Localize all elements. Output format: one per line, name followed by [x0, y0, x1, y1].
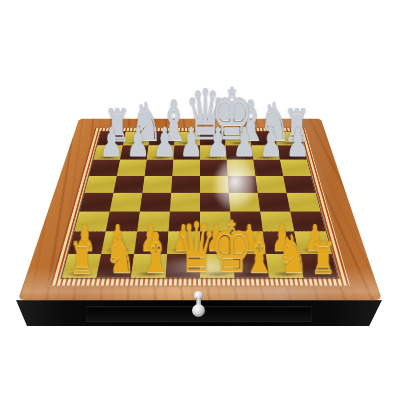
piece-gold-white-rook: ♜ [62, 240, 96, 277]
square-b1: ♞ [96, 254, 134, 278]
piece-gold-white-knight: ♞ [97, 232, 131, 277]
board-perspective: ♜♞♝♛♚♝♞♜♟♟♟♟♟♟♟♟♟♟♟♟♟♟♟♟♜♞♝♛♚♝♞♜ [0, 0, 400, 400]
square-b6 [117, 160, 147, 176]
board-inlay-border: ♜♞♝♛♚♝♞♜♟♟♟♟♟♟♟♟♟♟♟♟♟♟♟♟♜♞♝♛♚♝♞♜ [48, 127, 353, 287]
piece-gold-white-bishop: ♝ [234, 230, 268, 277]
square-b7: ♟ [120, 145, 149, 160]
square-h5 [283, 176, 315, 193]
square-a1: ♜ [62, 254, 101, 278]
square-f7: ♟ [226, 145, 254, 160]
piece-silver-black-pawn: ♟ [120, 125, 147, 159]
square-d7: ♟ [173, 145, 200, 160]
square-f1: ♝ [233, 254, 269, 278]
square-h1: ♜ [299, 254, 338, 278]
bishop-glyph: ♝ [140, 230, 173, 277]
square-a4 [80, 193, 114, 212]
square-h6 [280, 160, 311, 176]
piece-silver-black-pawn: ♟ [173, 125, 200, 159]
square-g7: ♟ [251, 145, 280, 160]
square-c6 [145, 160, 174, 176]
square-e7: ♟ [200, 145, 227, 160]
square-c4 [140, 193, 171, 212]
drawer-knob-icon [192, 291, 205, 317]
drawer-knob-stem [196, 298, 201, 310]
piece-silver-black-pawn: ♟ [280, 125, 307, 159]
square-a7: ♟ [93, 145, 123, 160]
square-c5 [142, 176, 172, 193]
piece-silver-black-pawn: ♟ [253, 125, 280, 159]
square-b5 [113, 176, 144, 193]
square-c7: ♟ [147, 145, 175, 160]
chess-box-top: ♜♞♝♛♚♝♞♜♟♟♟♟♟♟♟♟♟♟♟♟♟♟♟♟♜♞♝♛♚♝♞♜ [18, 119, 382, 300]
square-a6 [89, 160, 120, 176]
piece-silver-black-pawn: ♟ [200, 125, 227, 159]
pawn-glyph: ♟ [286, 125, 310, 159]
square-c1: ♝ [131, 254, 167, 278]
bishop-glyph: ♝ [243, 230, 276, 277]
piece-silver-black-pawn: ♟ [147, 125, 174, 159]
square-a5 [85, 176, 117, 193]
square-h7: ♟ [277, 145, 307, 160]
rook-glyph: ♜ [310, 240, 336, 277]
piece-gold-white-bishop: ♝ [131, 230, 165, 277]
square-b4 [110, 193, 143, 212]
piece-gold-white-rook: ♜ [303, 240, 337, 277]
queen-glyph: ♛ [176, 218, 217, 277]
square-d6 [172, 160, 200, 176]
scene: ♜♞♝♛♚♝♞♜♟♟♟♟♟♟♟♟♟♟♟♟♟♟♟♟♜♞♝♛♚♝♞♜ [0, 0, 400, 400]
piece-silver-black-pawn: ♟ [227, 125, 254, 159]
rook-glyph: ♜ [69, 240, 95, 277]
square-d5 [171, 176, 200, 193]
square-h4 [287, 193, 321, 212]
piece-silver-black-pawn: ♟ [94, 125, 121, 159]
